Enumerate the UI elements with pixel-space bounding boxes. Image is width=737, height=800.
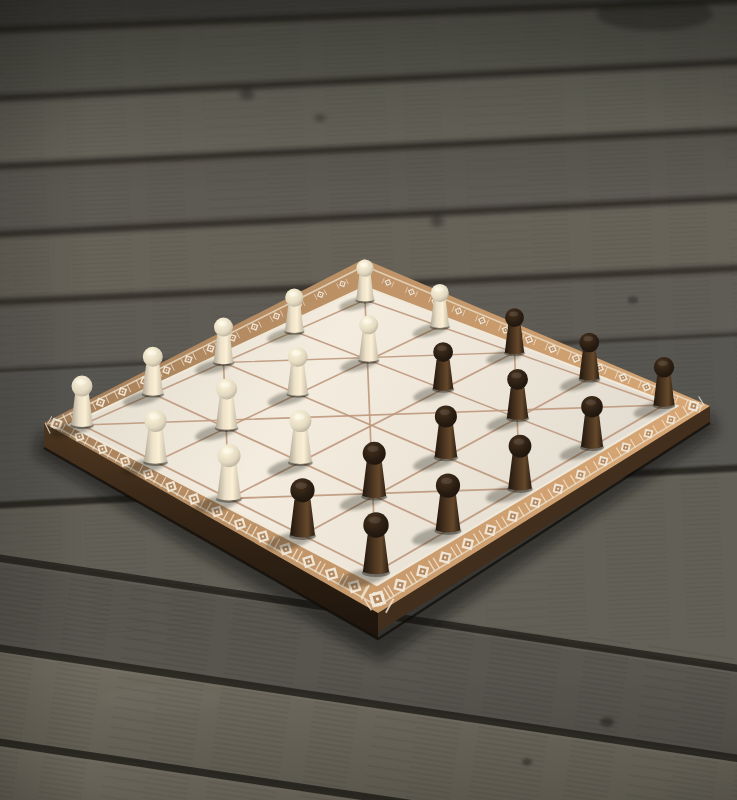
peg-head (433, 342, 453, 362)
peg-head (288, 347, 308, 367)
peg-head (290, 478, 314, 502)
peg-head (145, 410, 167, 432)
empty-point-2-2[interactable] (363, 417, 381, 435)
board-svg (0, 0, 737, 800)
peg-head (435, 405, 457, 427)
peg-head (580, 333, 600, 353)
peg-head (72, 376, 93, 397)
peg-head (356, 260, 373, 277)
peg-head (363, 442, 386, 465)
peg-head (143, 347, 163, 367)
peg-head (509, 435, 532, 458)
peg-head (505, 308, 524, 327)
peg-head (436, 474, 460, 498)
peg-head (285, 289, 303, 307)
alquerque-photo (0, 0, 737, 800)
peg-head (507, 369, 528, 390)
peg-head (217, 444, 240, 467)
peg-head (654, 357, 674, 377)
peg-head (431, 284, 449, 302)
peg-head (216, 378, 237, 399)
photo-scene (0, 0, 737, 800)
peg-head (363, 512, 388, 537)
peg-head (214, 318, 233, 337)
peg-head (581, 396, 603, 418)
peg-head (289, 410, 311, 432)
peg-head (359, 315, 378, 334)
